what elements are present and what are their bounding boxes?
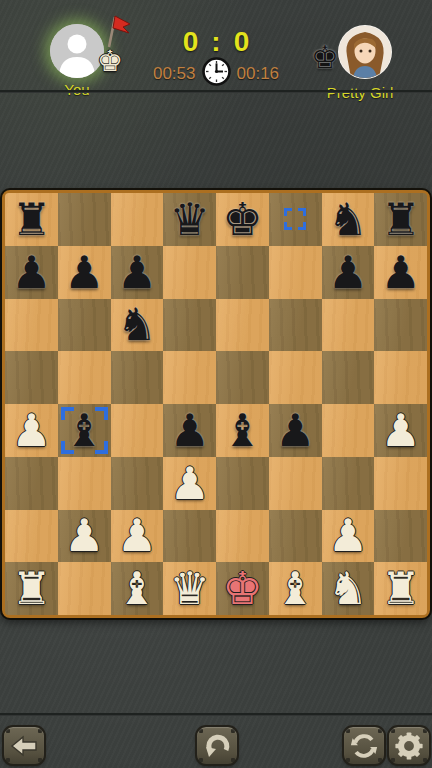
player-you-avatar[interactable] bbox=[50, 24, 104, 78]
black-queen: ♛ bbox=[169, 197, 209, 242]
square-f8[interactable] bbox=[269, 193, 322, 246]
white-pawn: ♟ bbox=[117, 513, 157, 558]
square-c8[interactable] bbox=[111, 193, 164, 246]
square-f4[interactable]: ♟ bbox=[269, 404, 322, 457]
square-g1[interactable]: ♞ bbox=[322, 562, 375, 615]
square-b4[interactable]: ♝ bbox=[58, 404, 111, 457]
white-pawn: ♟ bbox=[328, 513, 368, 558]
square-f1[interactable]: ♝ bbox=[269, 562, 322, 615]
square-g3[interactable] bbox=[322, 457, 375, 510]
white-pawn: ♟ bbox=[169, 461, 209, 506]
bottom-divider bbox=[0, 713, 432, 716]
square-d1[interactable]: ♛ bbox=[163, 562, 216, 615]
square-b2[interactable]: ♟ bbox=[58, 510, 111, 563]
square-h7[interactable]: ♟ bbox=[374, 246, 427, 299]
score-right: 0 bbox=[234, 26, 250, 58]
square-d5[interactable] bbox=[163, 351, 216, 404]
square-b7[interactable]: ♟ bbox=[58, 246, 111, 299]
white-knight: ♞ bbox=[328, 566, 368, 611]
square-g4[interactable] bbox=[322, 404, 375, 457]
white-king: ♚ bbox=[222, 566, 262, 611]
undo-button[interactable] bbox=[197, 727, 237, 764]
rotate-button[interactable] bbox=[344, 727, 384, 764]
square-a3[interactable] bbox=[5, 457, 58, 510]
black-knight: ♞ bbox=[328, 197, 368, 242]
player-opponent-avatar[interactable] bbox=[338, 25, 392, 79]
square-f6[interactable] bbox=[269, 299, 322, 352]
timer-white: 00:53 bbox=[153, 64, 196, 84]
black-rook: ♜ bbox=[380, 197, 420, 242]
square-g8[interactable]: ♞ bbox=[322, 193, 375, 246]
square-e4[interactable]: ♝ bbox=[216, 404, 269, 457]
settings-button[interactable] bbox=[389, 727, 429, 764]
last-move-destination-marker bbox=[61, 407, 108, 454]
chess-board: ♜♛♚♞♜♟♟♟♟♟♞♟♝♟♝♟♟♟♟♟♟♜♝♛♚♝♞♜ bbox=[2, 190, 430, 618]
square-c4[interactable] bbox=[111, 404, 164, 457]
square-g5[interactable] bbox=[322, 351, 375, 404]
square-d4[interactable]: ♟ bbox=[163, 404, 216, 457]
square-f2[interactable] bbox=[269, 510, 322, 563]
white-pawn: ♟ bbox=[380, 408, 420, 453]
black-knight: ♞ bbox=[117, 302, 157, 347]
square-g6[interactable] bbox=[322, 299, 375, 352]
square-f3[interactable] bbox=[269, 457, 322, 510]
score-left: 0 bbox=[183, 26, 199, 58]
square-a4[interactable]: ♟ bbox=[5, 404, 58, 457]
square-e5[interactable] bbox=[216, 351, 269, 404]
last-move-origin-marker bbox=[284, 208, 306, 230]
square-e8[interactable]: ♚ bbox=[216, 193, 269, 246]
square-e1[interactable]: ♚ bbox=[216, 562, 269, 615]
top-divider bbox=[0, 90, 432, 93]
square-d8[interactable]: ♛ bbox=[163, 193, 216, 246]
square-h3[interactable] bbox=[374, 457, 427, 510]
white-pawn: ♟ bbox=[64, 513, 104, 558]
square-a1[interactable]: ♜ bbox=[5, 562, 58, 615]
square-c3[interactable] bbox=[111, 457, 164, 510]
timer-black: 00:16 bbox=[237, 64, 280, 84]
white-queen: ♛ bbox=[169, 566, 209, 611]
white-pawn: ♟ bbox=[11, 408, 51, 453]
square-h4[interactable]: ♟ bbox=[374, 404, 427, 457]
square-d7[interactable] bbox=[163, 246, 216, 299]
person-icon bbox=[50, 24, 104, 78]
board-grid: ♜♛♚♞♜♟♟♟♟♟♞♟♝♟♝♟♟♟♟♟♟♜♝♛♚♝♞♜ bbox=[5, 193, 427, 615]
black-pawn: ♟ bbox=[11, 250, 51, 295]
clock-icon bbox=[201, 56, 232, 92]
square-h5[interactable] bbox=[374, 351, 427, 404]
square-a7[interactable]: ♟ bbox=[5, 246, 58, 299]
white-bishop: ♝ bbox=[117, 566, 157, 611]
square-g2[interactable]: ♟ bbox=[322, 510, 375, 563]
black-pawn: ♟ bbox=[117, 250, 157, 295]
rotate-sync-icon bbox=[350, 732, 378, 760]
gear-icon bbox=[394, 731, 424, 761]
square-c1[interactable]: ♝ bbox=[111, 562, 164, 615]
square-a2[interactable] bbox=[5, 510, 58, 563]
back-button[interactable] bbox=[4, 727, 44, 764]
square-c2[interactable]: ♟ bbox=[111, 510, 164, 563]
black-king: ♚ bbox=[222, 197, 262, 242]
square-e6[interactable] bbox=[216, 299, 269, 352]
black-pawn: ♟ bbox=[328, 250, 368, 295]
square-b6[interactable] bbox=[58, 299, 111, 352]
black-rook: ♜ bbox=[11, 197, 51, 242]
white-rook: ♜ bbox=[11, 566, 51, 611]
square-a6[interactable] bbox=[5, 299, 58, 352]
square-h2[interactable] bbox=[374, 510, 427, 563]
black-pawn: ♟ bbox=[380, 250, 420, 295]
timers: 00:53 00:16 bbox=[116, 56, 316, 92]
square-b3[interactable] bbox=[58, 457, 111, 510]
square-b1[interactable] bbox=[58, 562, 111, 615]
black-bishop: ♝ bbox=[222, 408, 262, 453]
square-g7[interactable]: ♟ bbox=[322, 246, 375, 299]
black-pawn: ♟ bbox=[169, 408, 209, 453]
square-d2[interactable] bbox=[163, 510, 216, 563]
square-h6[interactable] bbox=[374, 299, 427, 352]
square-e7[interactable] bbox=[216, 246, 269, 299]
score-separator: : bbox=[211, 26, 220, 58]
square-f7[interactable] bbox=[269, 246, 322, 299]
square-d3[interactable]: ♟ bbox=[163, 457, 216, 510]
black-king-icon: ♚ bbox=[311, 42, 339, 73]
square-f5[interactable] bbox=[269, 351, 322, 404]
square-b5[interactable] bbox=[58, 351, 111, 404]
white-bishop: ♝ bbox=[275, 566, 315, 611]
square-c6[interactable]: ♞ bbox=[111, 299, 164, 352]
square-c7[interactable]: ♟ bbox=[111, 246, 164, 299]
undo-arrow-icon bbox=[203, 733, 231, 759]
square-b8[interactable] bbox=[58, 193, 111, 246]
black-pawn: ♟ bbox=[64, 250, 104, 295]
white-rook: ♜ bbox=[380, 566, 420, 611]
square-a5[interactable] bbox=[5, 351, 58, 404]
girl-portrait bbox=[339, 26, 391, 78]
square-d6[interactable] bbox=[163, 299, 216, 352]
square-e3[interactable] bbox=[216, 457, 269, 510]
score-display: 0 : 0 bbox=[116, 26, 316, 58]
back-arrow-icon bbox=[10, 734, 38, 758]
square-h1[interactable]: ♜ bbox=[374, 562, 427, 615]
square-e2[interactable] bbox=[216, 510, 269, 563]
square-a8[interactable]: ♜ bbox=[5, 193, 58, 246]
square-h8[interactable]: ♜ bbox=[374, 193, 427, 246]
square-c5[interactable] bbox=[111, 351, 164, 404]
black-pawn: ♟ bbox=[275, 408, 315, 453]
